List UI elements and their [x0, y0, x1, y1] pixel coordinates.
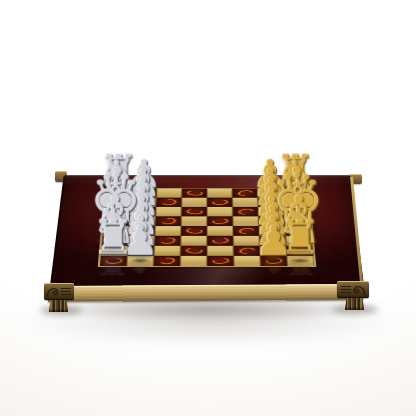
volute-icon	[44, 283, 74, 300]
front-left-leg	[44, 283, 74, 313]
square-e4	[181, 226, 207, 236]
square-f4	[181, 236, 207, 246]
square-c4	[181, 207, 207, 216]
leg-capital	[44, 283, 74, 300]
square-d4	[181, 216, 207, 226]
leg-capital	[337, 281, 369, 298]
piece-reflection: ♟	[243, 261, 306, 275]
square-g5	[207, 246, 234, 256]
square-h4	[180, 256, 207, 266]
square-b4	[181, 198, 207, 207]
square-h5	[207, 256, 234, 266]
board-plate: ♜♜♟♟♟♟♜♜♞♞♟♟♟♟♞♞♝♝♟♟♟♟♝♝♛♛♟♟♟♟♛♛♚♚♟♟♟♟♚♚…	[50, 175, 365, 288]
square-d5	[207, 216, 233, 226]
product-photo-scene: ♜♜♟♟♟♟♜♜♞♞♟♟♟♟♞♞♝♝♟♟♟♟♝♝♛♛♟♟♟♟♛♛♚♚♟♟♟♟♚♚…	[0, 0, 416, 416]
front-right-leg	[337, 281, 369, 311]
leg-flutes	[345, 298, 364, 310]
white-rook-glyph: ♜	[83, 214, 145, 261]
volute-icon	[337, 281, 369, 298]
leg-flutes	[49, 300, 68, 312]
square-a4	[182, 188, 207, 197]
square-a5	[207, 188, 232, 197]
square-b5	[207, 198, 233, 207]
square-e5	[207, 226, 233, 236]
square-f5	[207, 236, 233, 246]
front-brass-band	[48, 284, 363, 302]
square-c5	[207, 207, 233, 216]
square-g4	[180, 246, 207, 256]
black-pawn-glyph: ♟	[243, 220, 305, 261]
